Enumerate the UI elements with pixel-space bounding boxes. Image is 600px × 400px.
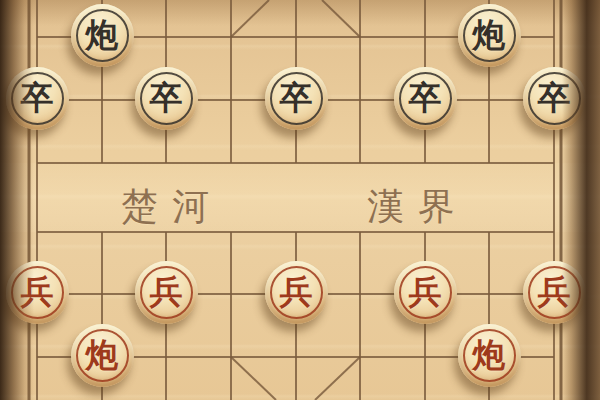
xiangqi-board[interactable]: 楚河 漢界 炮炮卒卒卒卒卒兵兵兵兵兵炮炮 [0,0,600,400]
piece-character: 卒 [150,81,183,114]
piece-black-cannon[interactable]: 炮 [71,4,134,67]
piece-black-soldier[interactable]: 卒 [135,67,198,130]
piece-character: 卒 [409,81,442,114]
piece-red-cannon[interactable]: 炮 [458,324,521,387]
piece-red-soldier[interactable]: 兵 [135,261,198,324]
piece-red-soldier[interactable]: 兵 [523,261,586,324]
piece-character: 炮 [86,338,119,371]
piece-red-soldier[interactable]: 兵 [394,261,457,324]
piece-character: 兵 [538,275,571,308]
piece-black-soldier[interactable]: 卒 [6,67,69,130]
piece-black-soldier[interactable]: 卒 [523,67,586,130]
piece-character: 炮 [86,18,119,51]
river-label-left: 楚河 [121,188,223,225]
piece-character: 兵 [150,275,183,308]
piece-character: 卒 [21,81,54,114]
piece-black-soldier[interactable]: 卒 [394,67,457,130]
piece-red-soldier[interactable]: 兵 [6,261,69,324]
piece-character: 兵 [280,275,313,308]
piece-character: 兵 [409,275,442,308]
piece-character: 炮 [473,338,506,371]
piece-black-cannon[interactable]: 炮 [458,4,521,67]
river-label-right: 漢界 [367,188,469,225]
piece-character: 卒 [538,81,571,114]
piece-black-soldier[interactable]: 卒 [265,67,328,130]
piece-character: 卒 [280,81,313,114]
piece-character: 炮 [473,18,506,51]
piece-red-cannon[interactable]: 炮 [71,324,134,387]
piece-character: 兵 [21,275,54,308]
piece-red-soldier[interactable]: 兵 [265,261,328,324]
